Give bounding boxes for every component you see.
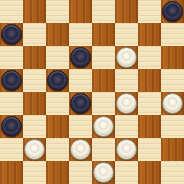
square-g1[interactable]: [138, 161, 161, 184]
square-e1[interactable]: [92, 161, 115, 184]
square-b2[interactable]: [23, 138, 46, 161]
square-c7[interactable]: [46, 23, 69, 46]
square-d5[interactable]: [69, 69, 92, 92]
white-piece-f2[interactable]: [116, 139, 137, 160]
square-d6[interactable]: [69, 46, 92, 69]
white-piece-f4[interactable]: [116, 93, 137, 114]
square-c4[interactable]: [46, 92, 69, 115]
square-c6[interactable]: [46, 46, 69, 69]
square-h2[interactable]: [161, 138, 184, 161]
black-piece-d6[interactable]: [70, 47, 91, 68]
white-piece-h4[interactable]: [162, 93, 183, 114]
square-h5[interactable]: [161, 69, 184, 92]
square-b1[interactable]: [23, 161, 46, 184]
square-g8[interactable]: [138, 0, 161, 23]
square-h8[interactable]: [161, 0, 184, 23]
square-a6[interactable]: [0, 46, 23, 69]
square-b6[interactable]: [23, 46, 46, 69]
square-e5[interactable]: [92, 69, 115, 92]
square-f5[interactable]: [115, 69, 138, 92]
white-piece-e1[interactable]: [93, 162, 114, 183]
square-e8[interactable]: [92, 0, 115, 23]
square-d8[interactable]: [69, 0, 92, 23]
square-h3[interactable]: [161, 115, 184, 138]
square-f3[interactable]: [115, 115, 138, 138]
square-e6[interactable]: [92, 46, 115, 69]
square-d3[interactable]: [69, 115, 92, 138]
square-e3[interactable]: [92, 115, 115, 138]
square-g3[interactable]: [138, 115, 161, 138]
square-h1[interactable]: [161, 161, 184, 184]
square-h7[interactable]: [161, 23, 184, 46]
square-b5[interactable]: [23, 69, 46, 92]
square-g2[interactable]: [138, 138, 161, 161]
square-a4[interactable]: [0, 92, 23, 115]
square-f1[interactable]: [115, 161, 138, 184]
square-g5[interactable]: [138, 69, 161, 92]
square-g4[interactable]: [138, 92, 161, 115]
black-piece-d4[interactable]: [70, 93, 91, 114]
square-a5[interactable]: [0, 69, 23, 92]
square-d1[interactable]: [69, 161, 92, 184]
black-piece-h8[interactable]: [162, 1, 183, 22]
square-d2[interactable]: [69, 138, 92, 161]
square-b3[interactable]: [23, 115, 46, 138]
square-h6[interactable]: [161, 46, 184, 69]
square-a1[interactable]: [0, 161, 23, 184]
black-piece-c5[interactable]: [47, 70, 68, 91]
square-e4[interactable]: [92, 92, 115, 115]
white-piece-e3[interactable]: [93, 116, 114, 137]
square-a2[interactable]: [0, 138, 23, 161]
black-piece-a5[interactable]: [1, 70, 22, 91]
square-a8[interactable]: [0, 0, 23, 23]
square-c2[interactable]: [46, 138, 69, 161]
black-piece-a7[interactable]: [1, 24, 22, 45]
square-b7[interactable]: [23, 23, 46, 46]
square-c8[interactable]: [46, 0, 69, 23]
square-f6[interactable]: [115, 46, 138, 69]
square-e7[interactable]: [92, 23, 115, 46]
square-f7[interactable]: [115, 23, 138, 46]
square-f8[interactable]: [115, 0, 138, 23]
square-d7[interactable]: [69, 23, 92, 46]
black-piece-a3[interactable]: [1, 116, 22, 137]
square-b8[interactable]: [23, 0, 46, 23]
square-h4[interactable]: [161, 92, 184, 115]
square-c3[interactable]: [46, 115, 69, 138]
square-g6[interactable]: [138, 46, 161, 69]
square-c5[interactable]: [46, 69, 69, 92]
square-g7[interactable]: [138, 23, 161, 46]
white-piece-d2[interactable]: [70, 139, 91, 160]
square-c1[interactable]: [46, 161, 69, 184]
square-b4[interactable]: [23, 92, 46, 115]
square-f4[interactable]: [115, 92, 138, 115]
white-piece-b2[interactable]: [24, 139, 45, 160]
square-a3[interactable]: [0, 115, 23, 138]
checkers-board: [0, 0, 184, 184]
square-d4[interactable]: [69, 92, 92, 115]
square-a7[interactable]: [0, 23, 23, 46]
square-f2[interactable]: [115, 138, 138, 161]
square-e2[interactable]: [92, 138, 115, 161]
white-piece-f6[interactable]: [116, 47, 137, 68]
